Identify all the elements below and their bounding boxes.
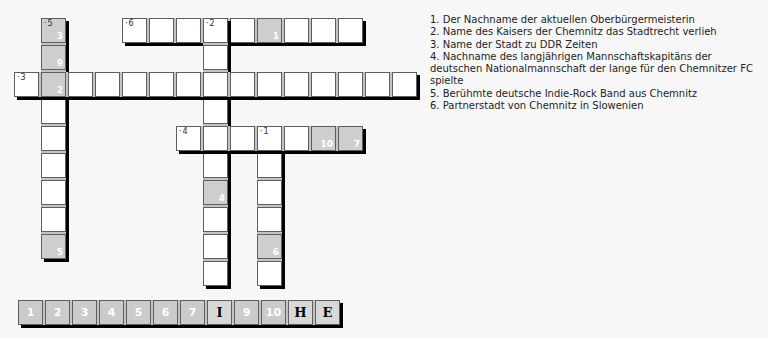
cell-c1-r5[interactable]	[41, 153, 66, 178]
solution-cell-2[interactable]: 2	[45, 300, 70, 325]
cell-c1-r7[interactable]	[41, 207, 66, 232]
cell-c9-r9[interactable]	[257, 261, 282, 286]
clue-number-marker: ·1	[260, 127, 270, 136]
cell-c1-r3[interactable]	[41, 99, 66, 124]
cell-c9-r7[interactable]	[257, 207, 282, 232]
cell-c11-r4[interactable]: 10	[311, 126, 336, 151]
clue-number: 6	[129, 19, 135, 28]
cell-c5-r2[interactable]	[149, 72, 174, 97]
cell-c12-r2[interactable]	[338, 72, 363, 97]
clue-6: 6. Partnerstadt von Chemnitz in Slowenie…	[430, 100, 768, 112]
cell-c7-r4[interactable]	[203, 126, 228, 151]
clue-number: 2	[210, 19, 216, 28]
word-2-down: ·24	[203, 18, 228, 286]
clue-5: 5. Berühmte deutsche Indie-Rock Band aus…	[430, 88, 768, 100]
cell-c8-r2[interactable]	[230, 72, 255, 97]
cell-c0-r2[interactable]: ·3	[14, 72, 39, 97]
cell-c10-r4[interactable]	[284, 126, 309, 151]
solution-index: 6	[273, 248, 279, 257]
solution-index: 5	[57, 248, 63, 257]
clue-number: 1	[264, 127, 270, 136]
cell-c9-r4[interactable]: ·1	[257, 126, 282, 151]
cell-c4-r0[interactable]: ·6	[122, 18, 147, 43]
solution-index: 10	[320, 140, 333, 149]
cell-c1-r6[interactable]	[41, 180, 66, 205]
cell-c7-r5[interactable]	[203, 153, 228, 178]
solution-cell-8[interactable]: I	[207, 300, 232, 325]
cell-c12-r0[interactable]	[338, 18, 363, 43]
cell-c1-r1[interactable]: 9	[41, 45, 66, 70]
solution-word-row: 1234567I910HE	[18, 300, 340, 325]
cell-c7-r2[interactable]	[203, 72, 228, 97]
solution-cell-5[interactable]: 5	[126, 300, 151, 325]
clue-number: 4	[183, 127, 189, 136]
cell-c9-r0[interactable]: 1	[257, 18, 282, 43]
cell-c1-r0[interactable]: ·53	[41, 18, 66, 43]
solution-index: 3	[57, 32, 63, 41]
cell-c6-r2[interactable]	[176, 72, 201, 97]
clue-number-marker: ·3	[17, 73, 27, 82]
clue-number: 3	[21, 73, 27, 82]
cell-c10-r2[interactable]	[284, 72, 309, 97]
cell-c7-r3[interactable]	[203, 99, 228, 124]
solution-cell-4[interactable]: 4	[99, 300, 124, 325]
cell-c1-r4[interactable]	[41, 126, 66, 151]
solution-cell-10[interactable]: 10	[261, 300, 286, 325]
clue-number-marker: ·6	[125, 19, 135, 28]
solution-index: 4	[219, 194, 225, 203]
solution-cell-11[interactable]: H	[288, 300, 313, 325]
cell-c9-r2[interactable]	[257, 72, 282, 97]
cell-c12-r4[interactable]: 7	[338, 126, 363, 151]
word-6-across: ·6·21	[122, 18, 363, 43]
cell-c7-r7[interactable]	[203, 207, 228, 232]
cell-c1-r8[interactable]: 5	[41, 234, 66, 259]
clue-number-marker: ·5	[44, 19, 54, 28]
solution-cell-7[interactable]: 7	[180, 300, 205, 325]
cell-c7-r8[interactable]	[203, 234, 228, 259]
cell-c9-r6[interactable]	[257, 180, 282, 205]
clue-1: 1. Der Nachname der aktuellen Oberbürger…	[430, 14, 768, 26]
cell-c5-r0[interactable]	[149, 18, 174, 43]
cell-c7-r6[interactable]: 4	[203, 180, 228, 205]
cell-c8-r0[interactable]	[230, 18, 255, 43]
clue-number-marker: ·2	[206, 19, 216, 28]
clue-2: 2. Name des Kaisers der Chemnitz das Sta…	[430, 26, 768, 38]
clue-3: 3. Name der Stadt zu DDR Zeiten	[430, 39, 768, 51]
clue-4: 4. Nachname des langjährigen Mannschafts…	[430, 51, 768, 88]
cell-c6-r0[interactable]	[176, 18, 201, 43]
clue-number-marker: ·4	[179, 127, 189, 136]
cell-c11-r2[interactable]	[311, 72, 336, 97]
cell-c7-r1[interactable]	[203, 45, 228, 70]
cell-c3-r2[interactable]	[95, 72, 120, 97]
cell-c9-r8[interactable]: 6	[257, 234, 282, 259]
solution-index: 7	[354, 140, 360, 149]
word-3-across: ·32	[14, 72, 417, 97]
solution-cell-3[interactable]: 3	[72, 300, 97, 325]
solution-index: 2	[57, 86, 63, 95]
crossword-page: ·6·21·24·53925·32·16·4·1107 1. Der Nachn…	[0, 0, 768, 338]
cell-c4-r2[interactable]	[122, 72, 147, 97]
cell-c6-r4[interactable]: ·4	[176, 126, 201, 151]
solution-index: 1	[273, 32, 279, 41]
cell-c1-r2[interactable]: 2	[41, 72, 66, 97]
clue-list: 1. Der Nachname der aktuellen Oberbürger…	[430, 14, 768, 112]
cell-c13-r2[interactable]	[365, 72, 390, 97]
word-4-across: ·4·1107	[176, 126, 363, 151]
cell-c8-r4[interactable]	[230, 126, 255, 151]
solution-cell-1[interactable]: 1	[18, 300, 43, 325]
cell-c11-r0[interactable]	[311, 18, 336, 43]
cell-c9-r5[interactable]	[257, 153, 282, 178]
cell-c10-r0[interactable]	[284, 18, 309, 43]
cell-c7-r9[interactable]	[203, 261, 228, 286]
word-5-down: ·53925	[41, 18, 66, 259]
solution-cell-12[interactable]: E	[315, 300, 340, 325]
solution-index: 9	[57, 59, 63, 68]
cell-c14-r2[interactable]	[392, 72, 417, 97]
cell-c7-r0[interactable]: ·2	[203, 18, 228, 43]
solution-cell-9[interactable]: 9	[234, 300, 259, 325]
solution-cell-6[interactable]: 6	[153, 300, 178, 325]
clue-number: 5	[48, 19, 54, 28]
cell-c2-r2[interactable]	[68, 72, 93, 97]
